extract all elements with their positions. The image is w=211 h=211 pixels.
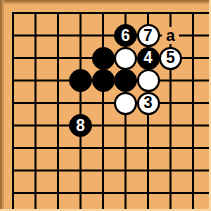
stone-white-F15	[114, 92, 137, 115]
stone-black-D16	[69, 69, 92, 92]
stone-white-move-5: 5	[159, 47, 182, 70]
stone-white-F17	[114, 47, 137, 70]
board-grid-lines	[0, 0, 211, 211]
stone-black-F16	[114, 69, 137, 92]
stone-white-G16	[137, 69, 160, 92]
board-frame-bottom	[0, 209, 211, 211]
point-label-a: a	[162, 27, 179, 44]
go-board-diagram: a674538	[0, 0, 211, 211]
stone-black-move-6: 6	[114, 24, 137, 47]
stone-black-E17	[92, 47, 115, 70]
board-frame-right	[209, 0, 211, 211]
stone-white-move-7: 7	[137, 24, 160, 47]
stone-black-move-4: 4	[137, 47, 160, 70]
stone-black-E16	[92, 69, 115, 92]
board-frame-left-inner	[2, 0, 4, 211]
board-frame-top-inner	[0, 2, 211, 4]
stone-white-move-3: 3	[137, 92, 160, 115]
stone-black-move-8: 8	[69, 114, 92, 137]
